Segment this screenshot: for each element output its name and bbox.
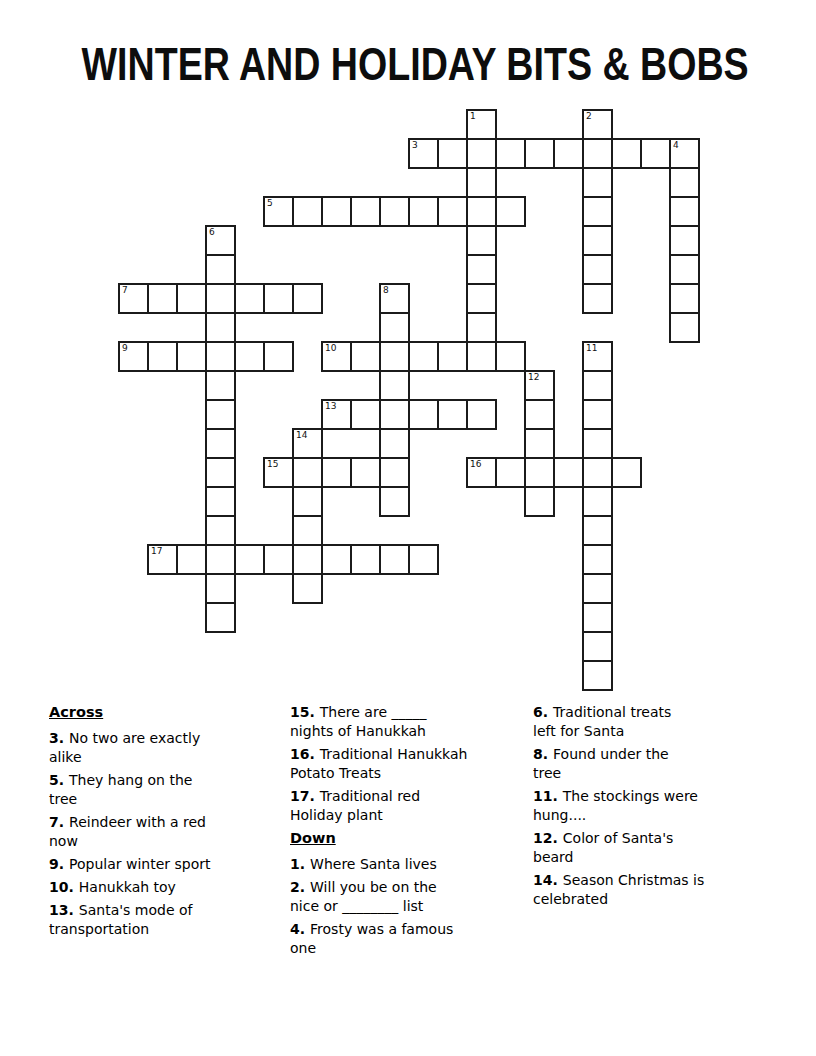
cell-r15c3[interactable] — [205, 544, 236, 575]
cell-r2c19[interactable] — [669, 167, 700, 198]
cell-r10c8[interactable] — [350, 399, 381, 430]
cell-r3c9[interactable] — [379, 196, 410, 227]
cell-r13c6[interactable] — [292, 486, 323, 517]
cell-r1c15[interactable] — [553, 138, 584, 169]
cell-r16c16[interactable] — [582, 573, 613, 604]
cell-r15c10[interactable] — [408, 544, 439, 575]
clue-number: 17. — [290, 788, 315, 804]
cell-r3c13[interactable] — [495, 196, 526, 227]
cell-r14c3[interactable] — [205, 515, 236, 546]
cell-r15c4[interactable] — [234, 544, 265, 575]
cell-number: 15 — [267, 459, 278, 470]
cell-r14c16[interactable] — [582, 515, 613, 546]
cell-r8c12[interactable] — [466, 341, 497, 372]
clue-number: 14. — [533, 872, 558, 888]
clue-number: 10. — [49, 879, 74, 895]
cell-number: 2 — [586, 111, 592, 122]
cell-number: 8 — [383, 285, 389, 296]
cell-r12c7[interactable] — [321, 457, 352, 488]
clue-number: 12. — [533, 830, 558, 846]
cell-r5c12[interactable] — [466, 254, 497, 285]
cell-r0c16[interactable]: 2 — [582, 109, 613, 140]
cell-r12c5[interactable]: 15 — [263, 457, 294, 488]
cell-r9c3[interactable] — [205, 370, 236, 401]
cell-r4c16[interactable] — [582, 225, 613, 256]
cell-r10c9[interactable] — [379, 399, 410, 430]
cell-number: 17 — [151, 546, 162, 557]
cell-r9c16[interactable] — [582, 370, 613, 401]
clue-text: Popular winter sport — [69, 856, 210, 872]
cell-r8c9[interactable] — [379, 341, 410, 372]
cell-number: 16 — [470, 459, 481, 470]
cell-number: 4 — [673, 140, 679, 151]
cell-r4c12[interactable] — [466, 225, 497, 256]
cell-r6c3[interactable] — [205, 283, 236, 314]
cell-r8c4[interactable] — [234, 341, 265, 372]
cell-r13c14[interactable] — [524, 486, 555, 517]
cell-number: 5 — [267, 198, 273, 209]
cell-r1c16[interactable] — [582, 138, 613, 169]
clue-down-14: 14.Season Christmas is celebrated — [533, 871, 775, 909]
cell-r15c2[interactable] — [176, 544, 207, 575]
cell-r3c11[interactable] — [437, 196, 468, 227]
clue-number: 11. — [533, 788, 558, 804]
clue-down-12: 12.Color of Santa's beard — [533, 829, 775, 867]
clue-column-right: 6.Traditional treats left for Santa 8.Fo… — [533, 703, 775, 913]
clue-number: 5. — [49, 772, 64, 788]
clue-text: Reindeer with a red now — [49, 814, 206, 849]
cell-r13c9[interactable] — [379, 486, 410, 517]
cell-r15c7[interactable] — [321, 544, 352, 575]
cell-r15c16[interactable] — [582, 544, 613, 575]
cell-r1c14[interactable] — [524, 138, 555, 169]
cell-r10c11[interactable] — [437, 399, 468, 430]
cell-r8c3[interactable] — [205, 341, 236, 372]
cell-r12c14[interactable] — [524, 457, 555, 488]
cell-r8c8[interactable] — [350, 341, 381, 372]
cell-r3c12[interactable] — [466, 196, 497, 227]
cell-r12c15[interactable] — [553, 457, 584, 488]
clue-across-5: 5.They hang on the tree — [49, 771, 257, 809]
clue-across-3: 3.No two are exactly alike — [49, 729, 257, 767]
cell-number: 1 — [470, 111, 476, 122]
clue-number: 8. — [533, 746, 548, 762]
clue-down-6: 6.Traditional treats left for Santa — [533, 703, 775, 741]
cell-number: 6 — [209, 227, 215, 238]
cell-r8c7[interactable]: 10 — [321, 341, 352, 372]
cell-r5c3[interactable] — [205, 254, 236, 285]
cell-number: 11 — [586, 343, 597, 354]
clue-down-4: 4.Frosty was a famous one — [290, 920, 530, 958]
cell-r15c1[interactable]: 17 — [147, 544, 178, 575]
cell-r8c10[interactable] — [408, 341, 439, 372]
cell-r12c13[interactable] — [495, 457, 526, 488]
cell-r8c11[interactable] — [437, 341, 468, 372]
clue-down-8: 8.Found under the tree — [533, 745, 775, 783]
cell-r2c16[interactable] — [582, 167, 613, 198]
cell-r6c16[interactable] — [582, 283, 613, 314]
cell-r7c9[interactable] — [379, 312, 410, 343]
cell-r8c5[interactable] — [263, 341, 294, 372]
cell-r8c1[interactable] — [147, 341, 178, 372]
cell-number: 13 — [325, 401, 336, 412]
cell-r11c9[interactable] — [379, 428, 410, 459]
cell-r2c12[interactable] — [466, 167, 497, 198]
cell-r5c19[interactable] — [669, 254, 700, 285]
cell-r11c6[interactable]: 14 — [292, 428, 323, 459]
cell-number: 12 — [528, 372, 539, 383]
clue-down-2: 2.Will you be on the nice or ________ li… — [290, 878, 530, 916]
clue-across-13: 13.Santa's mode of transportation — [49, 901, 257, 939]
cell-number: 7 — [122, 285, 128, 296]
cell-r8c13[interactable] — [495, 341, 526, 372]
cell-r6c2[interactable] — [176, 283, 207, 314]
clue-text: They hang on the tree — [49, 772, 192, 807]
clue-across-7: 7.Reindeer with a red now — [49, 813, 257, 851]
worksheet-page: WINTER AND HOLIDAY BITS & BOBS 123456789… — [0, 0, 816, 1056]
cell-r15c8[interactable] — [350, 544, 381, 575]
cell-r1c10[interactable]: 3 — [408, 138, 439, 169]
clue-number: 7. — [49, 814, 64, 830]
clue-number: 4. — [290, 921, 305, 937]
cell-r17c3[interactable] — [205, 602, 236, 633]
crossword-grid: 1234567891011121314151617 — [118, 109, 698, 689]
cell-r13c3[interactable] — [205, 486, 236, 517]
cell-r8c16[interactable]: 11 — [582, 341, 613, 372]
clue-number: 6. — [533, 704, 548, 720]
clue-across-10: 10.Hanukkah toy — [49, 878, 257, 897]
cell-r12c12[interactable]: 16 — [466, 457, 497, 488]
clue-text: Season Christmas is celebrated — [533, 872, 704, 907]
down-heading: Down — [290, 829, 530, 848]
cell-r10c12[interactable] — [466, 399, 497, 430]
cell-r10c16[interactable] — [582, 399, 613, 430]
cell-r13c16[interactable] — [582, 486, 613, 517]
cell-r1c17[interactable] — [611, 138, 642, 169]
cell-r3c5[interactable]: 5 — [263, 196, 294, 227]
cell-r8c0[interactable]: 9 — [118, 341, 149, 372]
cell-r1c19[interactable]: 4 — [669, 138, 700, 169]
cell-r6c9[interactable]: 8 — [379, 283, 410, 314]
cell-r11c16[interactable] — [582, 428, 613, 459]
clue-text: No two are exactly alike — [49, 730, 200, 765]
cell-r9c14[interactable]: 12 — [524, 370, 555, 401]
cell-r6c19[interactable] — [669, 283, 700, 314]
clue-down-11: 11.The stockings were hung.... — [533, 787, 775, 825]
clue-number: 13. — [49, 902, 74, 918]
cell-number: 9 — [122, 343, 128, 354]
cell-r4c3[interactable]: 6 — [205, 225, 236, 256]
cell-r6c1[interactable] — [147, 283, 178, 314]
cell-r10c10[interactable] — [408, 399, 439, 430]
cell-r9c9[interactable] — [379, 370, 410, 401]
cell-r1c12[interactable] — [466, 138, 497, 169]
cell-r15c5[interactable] — [263, 544, 294, 575]
clue-across-9: 9.Popular winter sport — [49, 855, 257, 874]
clue-text: Will you be on the nice or ________ list — [290, 879, 437, 914]
cell-r17c16[interactable] — [582, 602, 613, 633]
cell-r12c9[interactable] — [379, 457, 410, 488]
cell-r14c6[interactable] — [292, 515, 323, 546]
cell-r6c5[interactable] — [263, 283, 294, 314]
cell-number: 10 — [325, 343, 336, 354]
cell-r10c3[interactable] — [205, 399, 236, 430]
page-title: WINTER AND HOLIDAY BITS & BOBS — [82, 40, 735, 88]
cell-r12c6[interactable] — [292, 457, 323, 488]
cell-r1c11[interactable] — [437, 138, 468, 169]
cell-number: 14 — [296, 430, 307, 441]
cell-r4c19[interactable] — [669, 225, 700, 256]
clue-across-17: 17.Traditional red Holiday plant — [290, 787, 530, 825]
cell-r10c14[interactable] — [524, 399, 555, 430]
clue-text: Where Santa lives — [310, 856, 437, 872]
cell-r3c10[interactable] — [408, 196, 439, 227]
cell-r3c16[interactable] — [582, 196, 613, 227]
clue-text: Traditional Hanukkah Potato Treats — [290, 746, 467, 781]
cell-r1c18[interactable] — [640, 138, 671, 169]
cell-r12c16[interactable] — [582, 457, 613, 488]
cell-r5c16[interactable] — [582, 254, 613, 285]
cell-r18c16[interactable] — [582, 631, 613, 662]
cell-r16c3[interactable] — [205, 573, 236, 604]
cell-r11c14[interactable] — [524, 428, 555, 459]
clue-column-middle: 15.There are _____ nights of Hanukkah 16… — [290, 703, 530, 962]
cell-r12c3[interactable] — [205, 457, 236, 488]
cell-r10c7[interactable]: 13 — [321, 399, 352, 430]
across-heading: Across — [49, 703, 257, 722]
clue-text: Found under the tree — [533, 746, 669, 781]
cell-r3c6[interactable] — [292, 196, 323, 227]
cell-r3c8[interactable] — [350, 196, 381, 227]
cell-r16c6[interactable] — [292, 573, 323, 604]
cell-r1c13[interactable] — [495, 138, 526, 169]
clue-number: 9. — [49, 856, 64, 872]
cell-r8c2[interactable] — [176, 341, 207, 372]
clue-across-15: 15.There are _____ nights of Hanukkah — [290, 703, 530, 741]
cell-r19c16[interactable] — [582, 660, 613, 691]
cell-r7c19[interactable] — [669, 312, 700, 343]
cell-r6c0[interactable]: 7 — [118, 283, 149, 314]
clue-number: 15. — [290, 704, 315, 720]
cell-r6c4[interactable] — [234, 283, 265, 314]
cell-r11c3[interactable] — [205, 428, 236, 459]
clue-column-left: Across 3.No two are exactly alike 5.They… — [49, 703, 257, 943]
clue-text: Frosty was a famous one — [290, 921, 453, 956]
clue-number: 3. — [49, 730, 64, 746]
clue-across-16: 16.Traditional Hanukkah Potato Treats — [290, 745, 530, 783]
clue-number: 16. — [290, 746, 315, 762]
cell-number: 3 — [412, 140, 418, 151]
cell-r7c3[interactable] — [205, 312, 236, 343]
clue-down-1: 1.Where Santa lives — [290, 855, 530, 874]
cell-r12c17[interactable] — [611, 457, 642, 488]
cell-r15c9[interactable] — [379, 544, 410, 575]
clue-text: Hanukkah toy — [79, 879, 176, 895]
clue-number: 2. — [290, 879, 305, 895]
cell-r6c12[interactable] — [466, 283, 497, 314]
cell-r6c6[interactable] — [292, 283, 323, 314]
clue-number: 1. — [290, 856, 305, 872]
cell-r3c7[interactable] — [321, 196, 352, 227]
clue-text: Traditional treats left for Santa — [533, 704, 671, 739]
cell-r12c8[interactable] — [350, 457, 381, 488]
cell-r7c12[interactable] — [466, 312, 497, 343]
cell-r15c6[interactable] — [292, 544, 323, 575]
cell-r0c12[interactable]: 1 — [466, 109, 497, 140]
cell-r3c19[interactable] — [669, 196, 700, 227]
